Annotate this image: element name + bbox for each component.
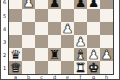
rank-label-1: 1 <box>2 65 7 71</box>
piece-wB-f2: ♝ <box>74 48 87 61</box>
square-h6[interactable] <box>100 0 113 9</box>
square-h3[interactable] <box>100 35 113 48</box>
piece-wP-h2: ♟ <box>100 48 113 61</box>
square-e5[interactable] <box>61 9 74 22</box>
file-label-h: h <box>103 74 110 80</box>
piece-wQ-a1: ♛ <box>9 61 22 74</box>
piece-wP-b6: ♟ <box>22 0 35 9</box>
piece-wP-e4: ♟ <box>61 22 74 35</box>
square-c5[interactable] <box>35 9 48 22</box>
square-g1[interactable]: ♚ <box>87 61 100 74</box>
square-h5[interactable] <box>100 9 113 22</box>
piece-bP-d6: ♟ <box>48 0 61 9</box>
square-a2[interactable]: ♛ <box>9 48 22 61</box>
square-g2[interactable]: ♟ <box>87 48 100 61</box>
square-g5[interactable] <box>87 9 100 22</box>
square-g6[interactable]: ♟ <box>87 0 100 9</box>
square-c3[interactable] <box>35 35 48 48</box>
square-g4[interactable] <box>87 22 100 35</box>
square-e6[interactable] <box>61 0 74 9</box>
square-d1[interactable] <box>48 61 61 74</box>
square-d5[interactable] <box>48 9 61 22</box>
square-a4[interactable] <box>9 22 22 35</box>
square-f1[interactable]: ♜ <box>74 61 87 74</box>
file-label-g: g <box>90 74 97 80</box>
file-label-c: c <box>38 74 45 80</box>
square-d3[interactable] <box>48 35 61 48</box>
square-d4[interactable] <box>48 22 61 35</box>
piece-wP-f3: ♟ <box>74 35 87 48</box>
square-d6[interactable]: ♟ <box>48 0 61 9</box>
chess-diagram: ♟♟♟♟♟♟♛♜♝♟♟♛♜♚ 654321 abcdefgh <box>0 0 120 80</box>
file-label-d: d <box>51 74 58 80</box>
square-h1[interactable] <box>100 61 113 74</box>
square-d2[interactable]: ♜ <box>48 48 61 61</box>
square-e1[interactable] <box>61 61 74 74</box>
square-c2[interactable] <box>35 48 48 61</box>
square-b3[interactable] <box>22 35 35 48</box>
square-a1[interactable]: ♛ <box>9 61 22 74</box>
square-b4[interactable] <box>22 22 35 35</box>
square-f4[interactable] <box>74 22 87 35</box>
file-label-b: b <box>25 74 32 80</box>
square-h2[interactable]: ♟ <box>100 48 113 61</box>
file-label-a: a <box>12 74 19 80</box>
square-b2[interactable] <box>22 48 35 61</box>
rank-label-4: 4 <box>2 26 7 32</box>
square-a6[interactable] <box>9 0 22 9</box>
square-b5[interactable] <box>22 9 35 22</box>
rank-label-5: 5 <box>2 13 7 19</box>
piece-wK-g1: ♚ <box>87 61 100 74</box>
board: ♟♟♟♟♟♟♛♜♝♟♟♛♜♚ <box>8 0 114 75</box>
piece-bP-f6: ♟ <box>74 0 87 9</box>
square-g3[interactable] <box>87 35 100 48</box>
piece-bQ-a2: ♛ <box>9 48 22 61</box>
square-f6[interactable]: ♟ <box>74 0 87 9</box>
piece-wR-f1: ♜ <box>74 61 87 74</box>
square-f2[interactable]: ♝ <box>74 48 87 61</box>
square-c1[interactable] <box>35 61 48 74</box>
square-c6[interactable] <box>35 0 48 9</box>
piece-bR-d2: ♜ <box>48 48 61 61</box>
rank-label-2: 2 <box>2 52 7 58</box>
square-b1[interactable] <box>22 61 35 74</box>
piece-wP-g2: ♟ <box>87 48 100 61</box>
square-e4[interactable]: ♟ <box>61 22 74 35</box>
square-b6[interactable]: ♟ <box>22 0 35 9</box>
square-h4[interactable] <box>100 22 113 35</box>
square-e3[interactable] <box>61 35 74 48</box>
square-a5[interactable] <box>9 9 22 22</box>
file-label-e: e <box>64 74 71 80</box>
rank-label-3: 3 <box>2 39 7 45</box>
square-f5[interactable] <box>74 9 87 22</box>
square-e2[interactable] <box>61 48 74 61</box>
rank-label-6: 6 <box>2 0 7 5</box>
square-a3[interactable] <box>9 35 22 48</box>
file-label-f: f <box>77 74 84 80</box>
square-f3[interactable]: ♟ <box>74 35 87 48</box>
square-c4[interactable] <box>35 22 48 35</box>
piece-bP-g6: ♟ <box>87 0 100 9</box>
